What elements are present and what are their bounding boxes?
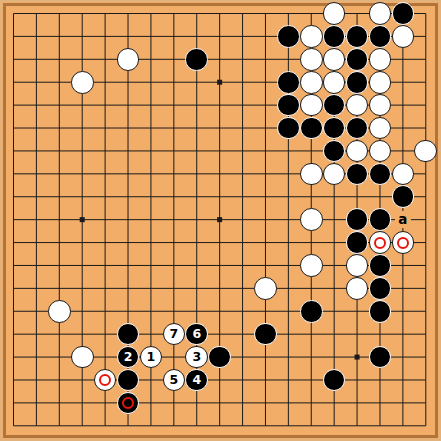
white-stone[interactable]: 5 bbox=[163, 369, 186, 392]
black-stone[interactable]: 4 bbox=[185, 369, 208, 392]
black-stone[interactable] bbox=[346, 25, 369, 48]
white-stone[interactable] bbox=[300, 48, 323, 71]
black-stone[interactable] bbox=[346, 208, 369, 231]
black-stone[interactable] bbox=[346, 48, 369, 71]
circle-marker bbox=[99, 374, 111, 386]
white-stone[interactable]: 1 bbox=[140, 346, 163, 369]
white-stone[interactable] bbox=[48, 300, 71, 323]
black-stone[interactable] bbox=[323, 117, 346, 140]
black-stone[interactable] bbox=[277, 25, 300, 48]
black-stone[interactable] bbox=[323, 369, 346, 392]
board-stones-layer[interactable]: 7621354a bbox=[0, 0, 441, 441]
white-stone[interactable] bbox=[414, 140, 437, 163]
white-stone[interactable] bbox=[300, 163, 323, 186]
white-stone[interactable]: 3 bbox=[185, 346, 208, 369]
black-stone[interactable] bbox=[346, 71, 369, 94]
black-stone[interactable]: 6 bbox=[185, 323, 208, 346]
white-stone[interactable] bbox=[254, 277, 277, 300]
go-board: 7621354a bbox=[0, 0, 441, 441]
white-stone[interactable] bbox=[323, 71, 346, 94]
white-stone[interactable] bbox=[369, 231, 392, 254]
black-stone[interactable] bbox=[323, 25, 346, 48]
circle-marker bbox=[374, 237, 386, 249]
circle-marker bbox=[397, 237, 409, 249]
white-stone[interactable] bbox=[300, 254, 323, 277]
circle-marker bbox=[122, 397, 134, 409]
white-stone[interactable] bbox=[392, 231, 415, 254]
move-number: 7 bbox=[169, 328, 178, 341]
white-stone[interactable] bbox=[369, 2, 392, 25]
white-stone[interactable] bbox=[323, 2, 346, 25]
move-number: 3 bbox=[192, 351, 201, 364]
white-stone[interactable] bbox=[323, 48, 346, 71]
black-stone[interactable] bbox=[369, 254, 392, 277]
black-stone[interactable] bbox=[369, 300, 392, 323]
white-stone[interactable] bbox=[300, 94, 323, 117]
black-stone[interactable] bbox=[254, 323, 277, 346]
white-stone[interactable]: 7 bbox=[163, 323, 186, 346]
white-stone[interactable] bbox=[346, 94, 369, 117]
white-stone[interactable] bbox=[94, 369, 117, 392]
black-stone[interactable] bbox=[117, 392, 140, 415]
white-stone[interactable] bbox=[323, 163, 346, 186]
black-stone[interactable] bbox=[323, 140, 346, 163]
white-stone[interactable] bbox=[369, 140, 392, 163]
move-number: 5 bbox=[169, 374, 178, 387]
white-stone[interactable] bbox=[117, 48, 140, 71]
white-stone[interactable] bbox=[369, 48, 392, 71]
white-stone[interactable] bbox=[300, 208, 323, 231]
black-stone[interactable] bbox=[346, 231, 369, 254]
white-stone[interactable] bbox=[346, 277, 369, 300]
white-stone[interactable] bbox=[369, 71, 392, 94]
move-number: 6 bbox=[192, 328, 201, 341]
point-label-a[interactable]: a bbox=[395, 211, 411, 228]
white-stone[interactable] bbox=[392, 25, 415, 48]
white-stone[interactable] bbox=[392, 163, 415, 186]
black-stone[interactable] bbox=[369, 163, 392, 186]
black-stone[interactable] bbox=[323, 94, 346, 117]
black-stone[interactable] bbox=[369, 25, 392, 48]
white-stone[interactable] bbox=[369, 94, 392, 117]
white-stone[interactable] bbox=[346, 254, 369, 277]
black-stone[interactable] bbox=[117, 369, 140, 392]
white-stone[interactable] bbox=[369, 117, 392, 140]
black-stone[interactable] bbox=[369, 277, 392, 300]
white-stone[interactable] bbox=[300, 71, 323, 94]
move-number: 1 bbox=[147, 351, 156, 364]
black-stone[interactable] bbox=[277, 71, 300, 94]
black-stone[interactable] bbox=[300, 300, 323, 323]
black-stone[interactable] bbox=[346, 163, 369, 186]
black-stone[interactable] bbox=[277, 117, 300, 140]
black-stone[interactable] bbox=[277, 94, 300, 117]
white-stone[interactable] bbox=[71, 346, 94, 369]
black-stone[interactable] bbox=[392, 185, 415, 208]
black-stone[interactable] bbox=[346, 117, 369, 140]
move-number: 4 bbox=[192, 374, 201, 387]
black-stone[interactable] bbox=[369, 208, 392, 231]
white-stone[interactable] bbox=[300, 25, 323, 48]
move-number: 2 bbox=[124, 351, 133, 364]
black-stone[interactable] bbox=[208, 346, 231, 369]
black-stone[interactable]: 2 bbox=[117, 346, 140, 369]
black-stone[interactable] bbox=[117, 323, 140, 346]
black-stone[interactable] bbox=[369, 346, 392, 369]
black-stone[interactable] bbox=[392, 2, 415, 25]
white-stone[interactable] bbox=[346, 140, 369, 163]
black-stone[interactable] bbox=[185, 48, 208, 71]
black-stone[interactable] bbox=[300, 117, 323, 140]
white-stone[interactable] bbox=[71, 71, 94, 94]
